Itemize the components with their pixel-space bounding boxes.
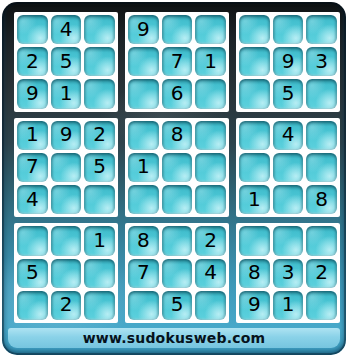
- given-digit: 9: [282, 51, 295, 71]
- cell-r4c4[interactable]: [128, 121, 159, 150]
- given-digit: 5: [60, 51, 73, 71]
- cell-r5c2[interactable]: [51, 153, 82, 182]
- cell-r2c6[interactable]: 1: [195, 47, 226, 76]
- cell-r3c2[interactable]: 1: [51, 79, 82, 108]
- given-digit: 5: [26, 262, 39, 282]
- given-digit: 7: [137, 262, 150, 282]
- cell-r2c2[interactable]: 5: [51, 47, 82, 76]
- cell-r2c3[interactable]: [84, 47, 115, 76]
- cell-r4c5[interactable]: 8: [162, 121, 193, 150]
- given-digit: 1: [60, 83, 73, 103]
- cell-r8c9[interactable]: 2: [306, 259, 337, 288]
- given-digit: 1: [26, 124, 39, 144]
- given-digit: 1: [248, 189, 261, 209]
- cell-r1c5[interactable]: [162, 15, 193, 44]
- cell-r7c3[interactable]: 1: [84, 226, 115, 255]
- cell-r9c4[interactable]: [128, 291, 159, 320]
- given-digit: 1: [204, 51, 217, 71]
- given-digit: 8: [315, 189, 328, 209]
- cell-r8c7[interactable]: 8: [239, 259, 270, 288]
- cell-r6c4[interactable]: [128, 185, 159, 214]
- cell-r8c2[interactable]: [51, 259, 82, 288]
- cell-r5c8[interactable]: [273, 153, 304, 182]
- cell-r7c7[interactable]: [239, 226, 270, 255]
- given-digit: 7: [171, 51, 184, 71]
- cell-r8c1[interactable]: 5: [17, 259, 48, 288]
- cell-r4c3[interactable]: 2: [84, 121, 115, 150]
- given-digit: 5: [171, 294, 184, 314]
- cell-r6c3[interactable]: [84, 185, 115, 214]
- cell-r6c1[interactable]: 4: [17, 185, 48, 214]
- cell-r7c5[interactable]: [162, 226, 193, 255]
- cell-r6c8[interactable]: [273, 185, 304, 214]
- given-digit: 7: [26, 156, 39, 176]
- given-digit: 1: [137, 156, 150, 176]
- cell-r7c1[interactable]: [17, 226, 48, 255]
- given-digit: 9: [60, 124, 73, 144]
- cell-r4c6[interactable]: [195, 121, 226, 150]
- block-3: 935: [236, 12, 340, 112]
- given-digit: 4: [60, 19, 73, 39]
- cell-r1c2[interactable]: 4: [51, 15, 82, 44]
- block-9: 83291: [236, 223, 340, 323]
- cell-r1c4[interactable]: 9: [128, 15, 159, 44]
- cell-r5c6[interactable]: [195, 153, 226, 182]
- cell-r2c4[interactable]: [128, 47, 159, 76]
- cell-r1c8[interactable]: [273, 15, 304, 44]
- cell-r8c5[interactable]: [162, 259, 193, 288]
- cell-r9c2[interactable]: 2: [51, 291, 82, 320]
- cell-r5c7[interactable]: [239, 153, 270, 182]
- cell-r9c9[interactable]: [306, 291, 337, 320]
- given-digit: 9: [137, 19, 150, 39]
- given-digit: 5: [282, 83, 295, 103]
- cell-r7c9[interactable]: [306, 226, 337, 255]
- cell-r6c6[interactable]: [195, 185, 226, 214]
- given-digit: 4: [282, 124, 295, 144]
- given-digit: 4: [26, 189, 39, 209]
- cell-r2c5[interactable]: 7: [162, 47, 193, 76]
- given-digit: 1: [282, 294, 295, 314]
- cell-r1c3[interactable]: [84, 15, 115, 44]
- given-digit: 2: [60, 294, 73, 314]
- cell-r4c2[interactable]: 9: [51, 121, 82, 150]
- given-digit: 8: [171, 124, 184, 144]
- cell-r4c1[interactable]: 1: [17, 121, 48, 150]
- block-4: 192754: [14, 118, 118, 218]
- cell-r1c9[interactable]: [306, 15, 337, 44]
- cell-r3c6[interactable]: [195, 79, 226, 108]
- given-digit: 2: [204, 230, 217, 250]
- cell-r1c1[interactable]: [17, 15, 48, 44]
- site-url-link[interactable]: www.sudokusweb.com: [83, 330, 266, 346]
- cell-r8c4[interactable]: 7: [128, 259, 159, 288]
- block-7: 152: [14, 223, 118, 323]
- cell-r2c7[interactable]: [239, 47, 270, 76]
- cell-r2c8[interactable]: 9: [273, 47, 304, 76]
- cell-r7c8[interactable]: [273, 226, 304, 255]
- block-8: 82745: [125, 223, 229, 323]
- cell-r5c3[interactable]: 5: [84, 153, 115, 182]
- cell-r7c6[interactable]: 2: [195, 226, 226, 255]
- cell-r3c5[interactable]: 6: [162, 79, 193, 108]
- given-digit: 4: [204, 262, 217, 282]
- cell-r5c9[interactable]: [306, 153, 337, 182]
- cell-r1c6[interactable]: [195, 15, 226, 44]
- cell-r8c6[interactable]: 4: [195, 259, 226, 288]
- given-digit: 5: [93, 156, 106, 176]
- cell-r3c8[interactable]: 5: [273, 79, 304, 108]
- given-digit: 2: [315, 262, 328, 282]
- cell-r9c7[interactable]: 9: [239, 291, 270, 320]
- footer-band: www.sudokusweb.com: [8, 328, 340, 348]
- cell-r7c2[interactable]: [51, 226, 82, 255]
- block-5: 81: [125, 118, 229, 218]
- given-digit: 2: [26, 51, 39, 71]
- given-digit: 2: [93, 124, 106, 144]
- given-digit: 8: [137, 230, 150, 250]
- cell-r3c1[interactable]: 9: [17, 79, 48, 108]
- given-digit: 8: [248, 262, 261, 282]
- cell-r3c9[interactable]: [306, 79, 337, 108]
- cell-r6c7[interactable]: 1: [239, 185, 270, 214]
- board-frame: 42591 9716 935 192754 81 418 152 82745 8…: [2, 2, 346, 355]
- cell-r8c3[interactable]: [84, 259, 115, 288]
- cell-r5c1[interactable]: 7: [17, 153, 48, 182]
- cell-r4c8[interactable]: 4: [273, 121, 304, 150]
- cell-r9c3[interactable]: [84, 291, 115, 320]
- cell-r6c5[interactable]: [162, 185, 193, 214]
- cell-r6c9[interactable]: 8: [306, 185, 337, 214]
- cell-r3c7[interactable]: [239, 79, 270, 108]
- cell-r3c3[interactable]: [84, 79, 115, 108]
- cell-r2c9[interactable]: 3: [306, 47, 337, 76]
- cell-r3c4[interactable]: [128, 79, 159, 108]
- block-2: 9716: [125, 12, 229, 112]
- given-digit: 3: [282, 262, 295, 282]
- block-1: 42591: [14, 12, 118, 112]
- sudoku-widget: 42591 9716 935 192754 81 418 152 82745 8…: [0, 0, 350, 360]
- sudoku-board: 42591 9716 935 192754 81 418 152 82745 8…: [14, 12, 340, 323]
- block-6: 418: [236, 118, 340, 218]
- given-digit: 6: [171, 83, 184, 103]
- cell-r1c7[interactable]: [239, 15, 270, 44]
- cell-r9c6[interactable]: [195, 291, 226, 320]
- given-digit: 9: [26, 83, 39, 103]
- cell-r5c4[interactable]: 1: [128, 153, 159, 182]
- given-digit: 9: [248, 294, 261, 314]
- cell-r8c8[interactable]: 3: [273, 259, 304, 288]
- cell-r9c8[interactable]: 1: [273, 291, 304, 320]
- cell-r7c4[interactable]: 8: [128, 226, 159, 255]
- cell-r5c5[interactable]: [162, 153, 193, 182]
- cell-r2c1[interactable]: 2: [17, 47, 48, 76]
- cell-r4c7[interactable]: [239, 121, 270, 150]
- given-digit: 1: [93, 230, 106, 250]
- cell-r9c5[interactable]: 5: [162, 291, 193, 320]
- cell-r4c9[interactable]: [306, 121, 337, 150]
- given-digit: 3: [315, 51, 328, 71]
- cell-r9c1[interactable]: [17, 291, 48, 320]
- cell-r6c2[interactable]: [51, 185, 82, 214]
